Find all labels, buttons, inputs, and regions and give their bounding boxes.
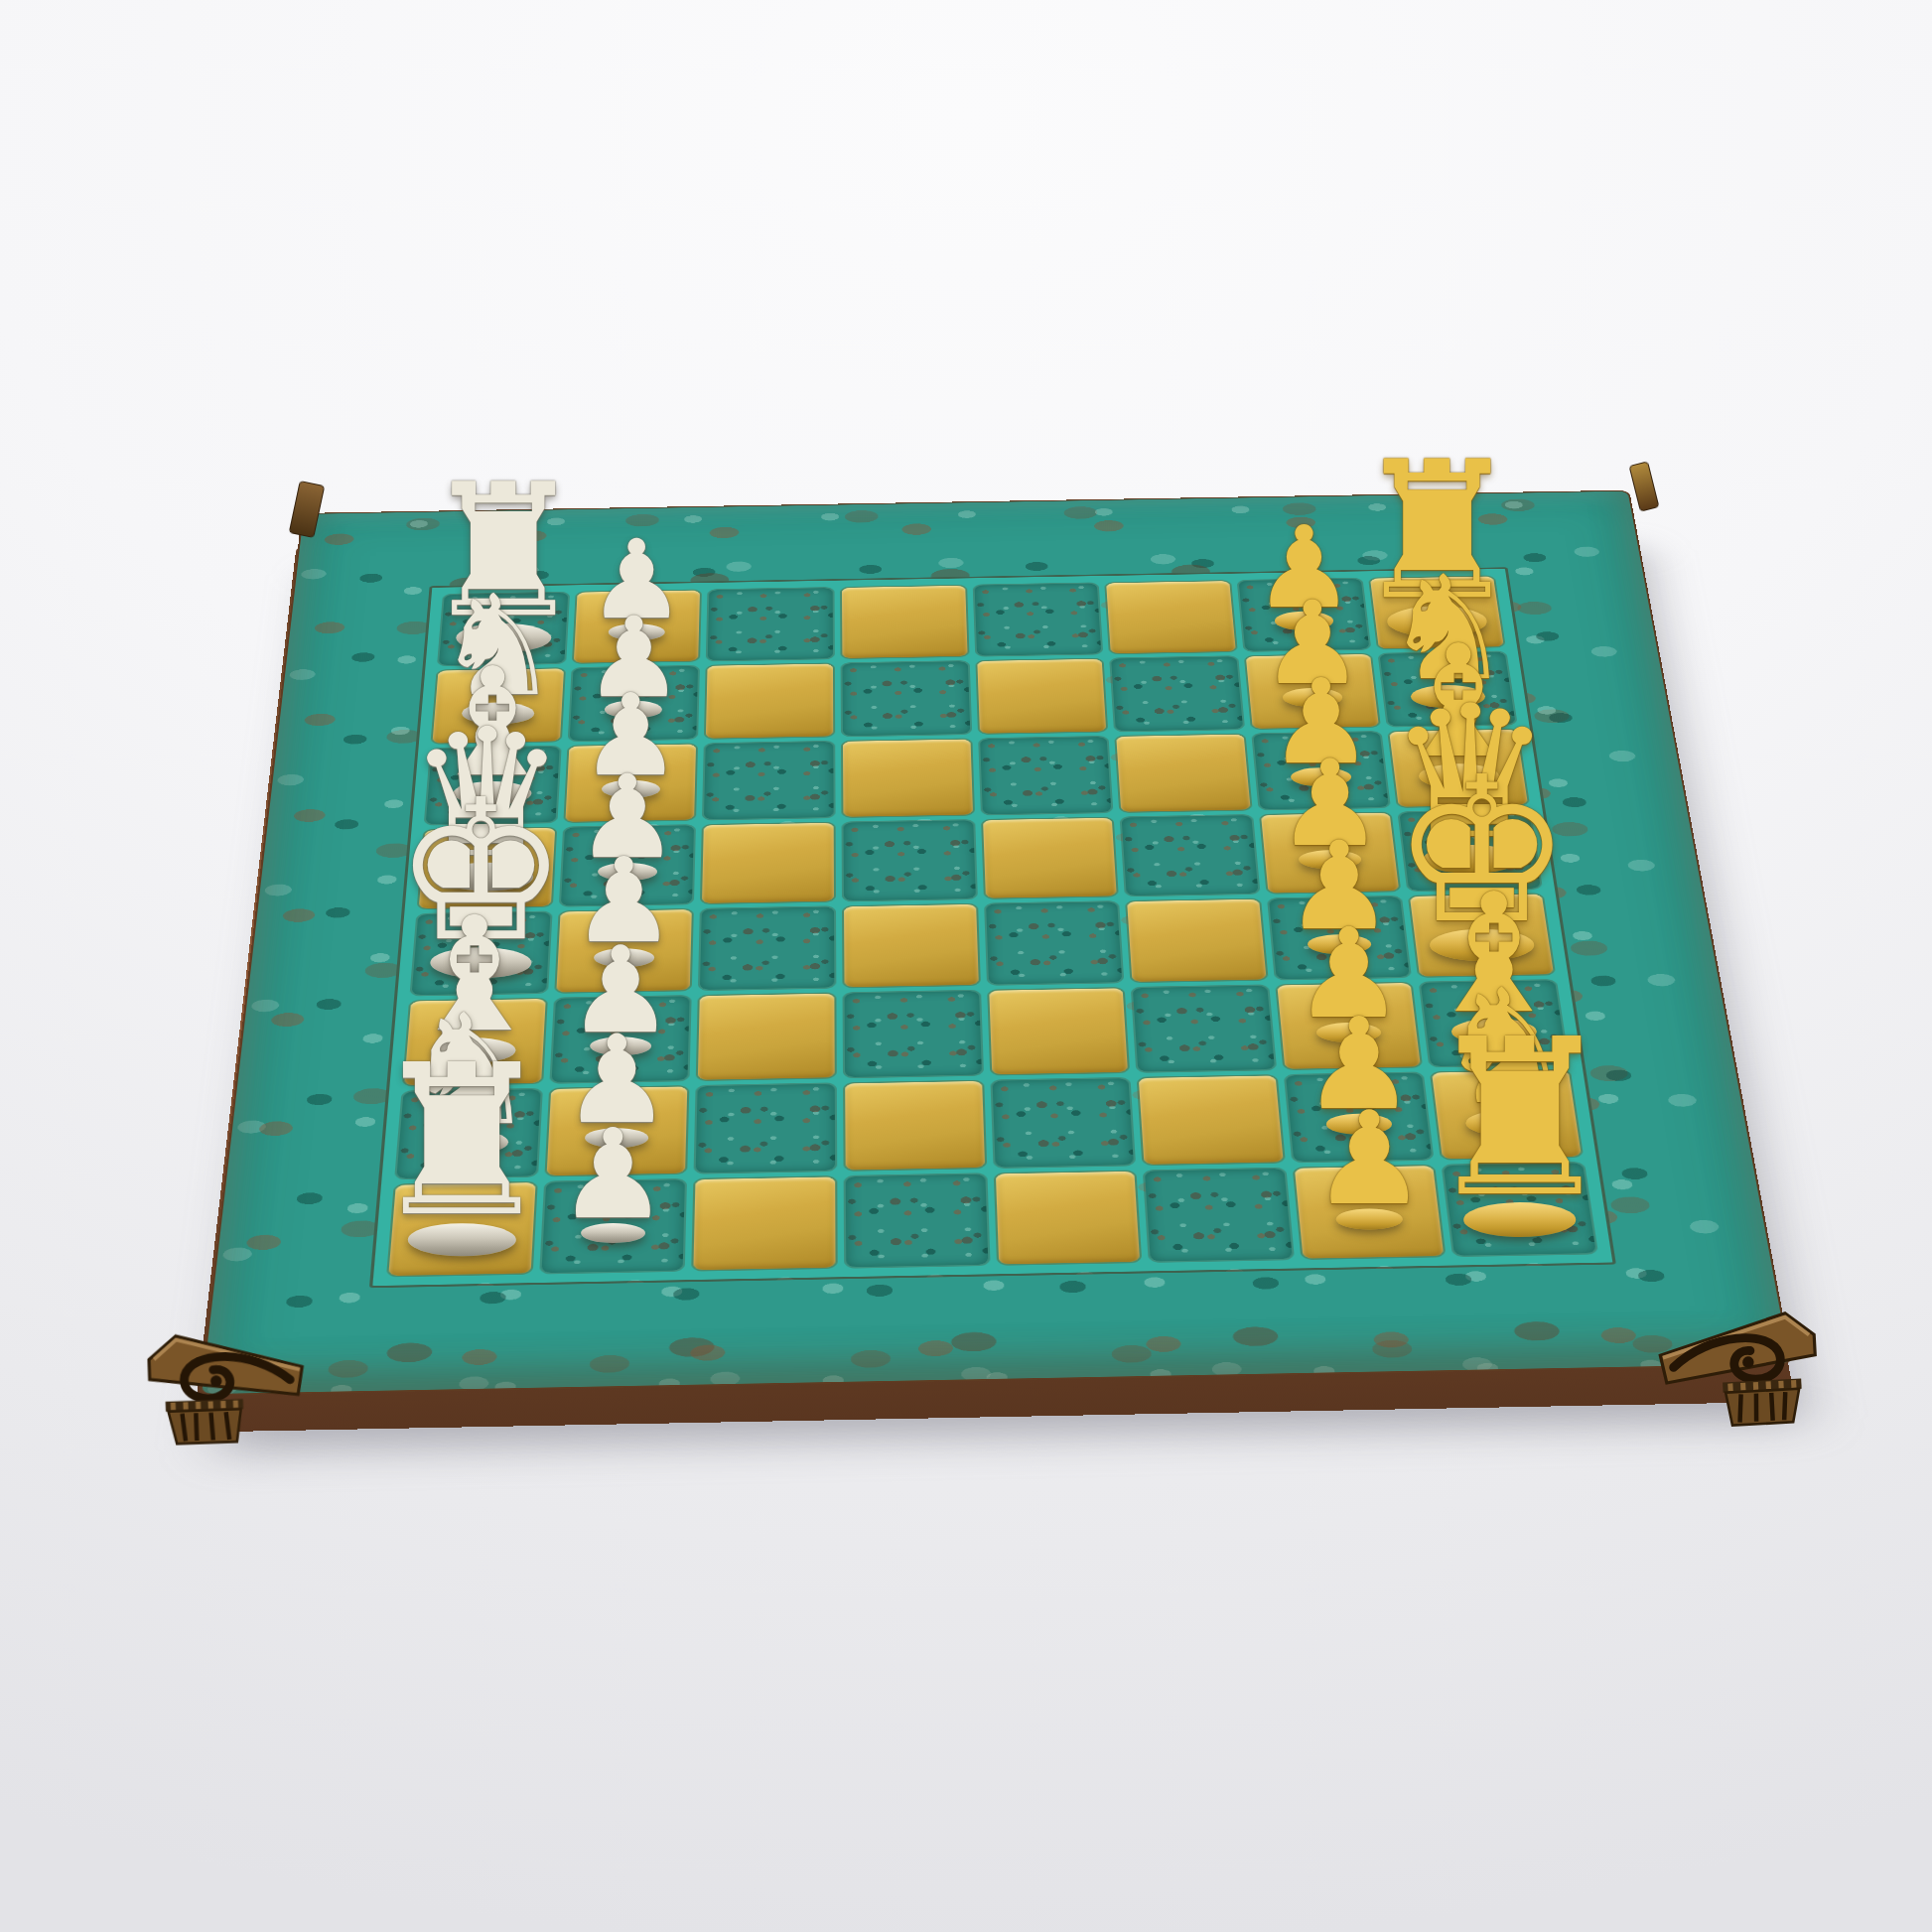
square-a6[interactable] [1106, 581, 1235, 653]
white-rook-glyph: ♜ [368, 1045, 555, 1237]
piece-base [408, 1223, 516, 1257]
square-g3[interactable] [696, 1084, 835, 1173]
black-rook-h8[interactable]: ♜ [1423, 1019, 1617, 1237]
white-pawn-glyph: ♟ [558, 1118, 669, 1232]
square-d3[interactable] [702, 823, 834, 903]
square-f6[interactable] [1133, 986, 1275, 1072]
square-d6[interactable] [1122, 815, 1259, 896]
square-h6[interactable] [1145, 1169, 1292, 1261]
square-e6[interactable] [1127, 898, 1266, 982]
scene: ♜♟♟♜♞♟♟♞♝♟♟♝♛♟♟♛♚♟♟♚♝♟♟♝♞♟♟♞♜♟♟♜ [0, 0, 1932, 1932]
square-g6[interactable] [1139, 1075, 1284, 1165]
square-h3[interactable] [694, 1177, 836, 1271]
square-f3[interactable] [698, 994, 835, 1080]
piece-base [1463, 1203, 1576, 1238]
ionic-foot-icon-bottom-right [1652, 1295, 1824, 1444]
square-c3[interactable] [704, 742, 833, 819]
ionic-foot-icon-top-right [1628, 461, 1659, 511]
square-e4[interactable] [844, 904, 978, 988]
black-pawn-glyph: ♟ [1311, 1099, 1427, 1218]
square-c4[interactable] [843, 740, 973, 817]
ionic-foot-icon-bottom-left [143, 1321, 310, 1452]
square-g4[interactable] [845, 1081, 985, 1171]
square-f5[interactable] [989, 988, 1128, 1074]
white-rook-h1[interactable]: ♜ [368, 1045, 555, 1256]
square-c6[interactable] [1116, 735, 1250, 812]
square-b3[interactable] [706, 663, 833, 738]
square-c5[interactable] [980, 737, 1112, 814]
white-pawn-h2[interactable]: ♟ [558, 1118, 669, 1243]
square-e5[interactable] [986, 901, 1123, 985]
square-d5[interactable] [983, 818, 1117, 898]
square-h5[interactable] [995, 1172, 1140, 1264]
piece-base [581, 1223, 645, 1243]
square-e3[interactable] [700, 906, 834, 990]
square-a4[interactable] [842, 586, 967, 658]
black-rook-glyph: ♜ [1423, 1019, 1617, 1218]
square-a5[interactable] [974, 583, 1101, 655]
square-b4[interactable] [842, 661, 969, 736]
square-h4[interactable] [846, 1174, 988, 1267]
square-b5[interactable] [977, 659, 1107, 734]
black-pawn-h7[interactable]: ♟ [1311, 1099, 1427, 1229]
square-g5[interactable] [992, 1078, 1134, 1168]
square-d4[interactable] [843, 820, 975, 900]
square-a3[interactable] [708, 588, 833, 660]
square-f4[interactable] [844, 991, 981, 1077]
square-b6[interactable] [1111, 656, 1243, 731]
